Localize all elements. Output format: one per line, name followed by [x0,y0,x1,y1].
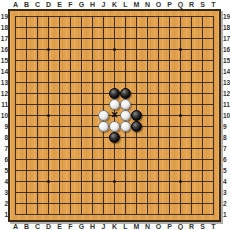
intersection-T17[interactable] [208,33,219,44]
intersection-S16[interactable] [197,44,208,55]
intersection-M7[interactable] [131,143,142,154]
intersection-C1[interactable] [32,209,43,220]
intersection-M5[interactable] [131,165,142,176]
intersection-E18[interactable] [54,22,65,33]
intersection-E10[interactable] [54,110,65,121]
intersection-A17[interactable] [10,33,21,44]
intersection-G5[interactable] [76,165,87,176]
intersection-N7[interactable] [142,143,153,154]
intersection-E19[interactable] [54,11,65,22]
intersection-B19[interactable] [21,11,32,22]
intersection-D9[interactable] [43,121,54,132]
intersection-O11[interactable] [153,99,164,110]
intersection-A2[interactable] [10,198,21,209]
intersection-K16[interactable] [109,44,120,55]
intersection-R4[interactable] [186,176,197,187]
intersection-L4[interactable] [120,176,131,187]
intersection-M14[interactable] [131,66,142,77]
intersection-E5[interactable] [54,165,65,176]
intersection-Q15[interactable] [175,55,186,66]
intersection-K9[interactable] [109,121,120,132]
intersection-H3[interactable] [87,187,98,198]
intersection-K8[interactable] [109,132,120,143]
intersection-C18[interactable] [32,22,43,33]
intersection-S12[interactable] [197,88,208,99]
intersection-J1[interactable] [98,209,109,220]
intersection-L2[interactable] [120,198,131,209]
intersection-G15[interactable] [76,55,87,66]
intersection-C4[interactable] [32,176,43,187]
intersection-N2[interactable] [142,198,153,209]
intersection-S4[interactable] [197,176,208,187]
intersection-B13[interactable] [21,77,32,88]
intersection-F2[interactable] [65,198,76,209]
intersection-R7[interactable] [186,143,197,154]
intersection-S15[interactable] [197,55,208,66]
intersection-K6[interactable] [109,154,120,165]
intersection-E15[interactable] [54,55,65,66]
intersection-S7[interactable] [197,143,208,154]
intersection-N10[interactable] [142,110,153,121]
intersection-K10[interactable]: ✕ [109,110,120,121]
intersection-J13[interactable] [98,77,109,88]
intersection-E6[interactable] [54,154,65,165]
intersection-J3[interactable] [98,187,109,198]
intersection-S11[interactable] [197,99,208,110]
intersection-T3[interactable] [208,187,219,198]
intersection-M2[interactable] [131,198,142,209]
intersection-P15[interactable] [164,55,175,66]
intersection-G19[interactable] [76,11,87,22]
intersection-T6[interactable] [208,154,219,165]
intersection-B9[interactable] [21,121,32,132]
intersection-P19[interactable] [164,11,175,22]
intersection-A3[interactable] [10,187,21,198]
intersection-F13[interactable] [65,77,76,88]
intersection-E14[interactable] [54,66,65,77]
intersection-L8[interactable] [120,132,131,143]
intersection-M10[interactable] [131,110,142,121]
intersection-S5[interactable] [197,165,208,176]
intersection-N4[interactable] [142,176,153,187]
intersection-B6[interactable] [21,154,32,165]
intersection-M9[interactable] [131,121,142,132]
intersection-H14[interactable] [87,66,98,77]
intersection-E7[interactable] [54,143,65,154]
intersection-S10[interactable] [197,110,208,121]
intersection-D4[interactable] [43,176,54,187]
intersection-P16[interactable] [164,44,175,55]
intersection-K19[interactable] [109,11,120,22]
intersection-N3[interactable] [142,187,153,198]
intersection-D14[interactable] [43,66,54,77]
intersection-Q12[interactable] [175,88,186,99]
intersection-O8[interactable] [153,132,164,143]
intersection-O2[interactable] [153,198,164,209]
intersection-H17[interactable] [87,33,98,44]
intersection-A12[interactable] [10,88,21,99]
intersection-G11[interactable] [76,99,87,110]
intersection-T10[interactable] [208,110,219,121]
intersection-R3[interactable] [186,187,197,198]
intersection-M13[interactable] [131,77,142,88]
intersection-P3[interactable] [164,187,175,198]
intersection-A8[interactable] [10,132,21,143]
intersection-A18[interactable] [10,22,21,33]
intersection-N14[interactable] [142,66,153,77]
intersection-R19[interactable] [186,11,197,22]
intersection-P11[interactable] [164,99,175,110]
intersection-M19[interactable] [131,11,142,22]
intersection-A9[interactable] [10,121,21,132]
intersection-J2[interactable] [98,198,109,209]
intersection-L15[interactable] [120,55,131,66]
intersection-T19[interactable] [208,11,219,22]
intersection-N5[interactable] [142,165,153,176]
intersection-M12[interactable] [131,88,142,99]
intersection-B3[interactable] [21,187,32,198]
intersection-G4[interactable] [76,176,87,187]
intersection-J14[interactable] [98,66,109,77]
intersection-C15[interactable] [32,55,43,66]
intersection-T8[interactable] [208,132,219,143]
intersection-N17[interactable] [142,33,153,44]
intersection-T2[interactable] [208,198,219,209]
intersection-S14[interactable] [197,66,208,77]
intersection-O9[interactable] [153,121,164,132]
intersection-K13[interactable] [109,77,120,88]
intersection-D7[interactable] [43,143,54,154]
intersection-M15[interactable] [131,55,142,66]
intersection-K18[interactable] [109,22,120,33]
intersection-T1[interactable] [208,209,219,220]
intersection-L11[interactable] [120,99,131,110]
intersection-C14[interactable] [32,66,43,77]
intersection-L16[interactable] [120,44,131,55]
intersection-F17[interactable] [65,33,76,44]
intersection-N6[interactable] [142,154,153,165]
intersection-G14[interactable] [76,66,87,77]
intersection-N19[interactable] [142,11,153,22]
intersection-J18[interactable] [98,22,109,33]
intersection-B16[interactable] [21,44,32,55]
intersection-A13[interactable] [10,77,21,88]
intersection-D13[interactable] [43,77,54,88]
intersection-H13[interactable] [87,77,98,88]
intersection-C13[interactable] [32,77,43,88]
intersection-N12[interactable] [142,88,153,99]
intersection-D5[interactable] [43,165,54,176]
intersection-D11[interactable] [43,99,54,110]
intersection-L5[interactable] [120,165,131,176]
intersection-N13[interactable] [142,77,153,88]
intersection-J9[interactable] [98,121,109,132]
intersection-S18[interactable] [197,22,208,33]
intersection-P12[interactable] [164,88,175,99]
intersection-G18[interactable] [76,22,87,33]
intersection-P1[interactable] [164,209,175,220]
intersection-Q17[interactable] [175,33,186,44]
intersection-A1[interactable] [10,209,21,220]
intersection-P9[interactable] [164,121,175,132]
intersection-R8[interactable] [186,132,197,143]
intersection-J6[interactable] [98,154,109,165]
intersection-E9[interactable] [54,121,65,132]
intersection-F12[interactable] [65,88,76,99]
intersection-H10[interactable] [87,110,98,121]
intersection-P17[interactable] [164,33,175,44]
intersection-G3[interactable] [76,187,87,198]
intersection-C9[interactable] [32,121,43,132]
intersection-P14[interactable] [164,66,175,77]
intersection-T16[interactable] [208,44,219,55]
intersection-R16[interactable] [186,44,197,55]
intersection-K7[interactable] [109,143,120,154]
intersection-E2[interactable] [54,198,65,209]
intersection-A10[interactable] [10,110,21,121]
intersection-B18[interactable] [21,22,32,33]
intersection-O3[interactable] [153,187,164,198]
intersection-L19[interactable] [120,11,131,22]
intersection-G9[interactable] [76,121,87,132]
intersection-C11[interactable] [32,99,43,110]
intersection-D19[interactable] [43,11,54,22]
intersection-R2[interactable] [186,198,197,209]
intersection-O1[interactable] [153,209,164,220]
intersection-Q5[interactable] [175,165,186,176]
intersection-H8[interactable] [87,132,98,143]
intersection-L12[interactable] [120,88,131,99]
intersection-N8[interactable] [142,132,153,143]
intersection-L9[interactable] [120,121,131,132]
intersection-E17[interactable] [54,33,65,44]
intersection-T4[interactable] [208,176,219,187]
intersection-E8[interactable] [54,132,65,143]
intersection-J5[interactable] [98,165,109,176]
intersection-G7[interactable] [76,143,87,154]
intersection-J17[interactable] [98,33,109,44]
intersection-H12[interactable] [87,88,98,99]
intersection-D8[interactable] [43,132,54,143]
intersection-L10[interactable] [120,110,131,121]
intersection-R9[interactable] [186,121,197,132]
intersection-K15[interactable] [109,55,120,66]
intersection-Q13[interactable] [175,77,186,88]
intersection-R10[interactable] [186,110,197,121]
intersection-Q16[interactable] [175,44,186,55]
intersection-B4[interactable] [21,176,32,187]
intersection-M8[interactable] [131,132,142,143]
intersection-E3[interactable] [54,187,65,198]
intersection-B7[interactable] [21,143,32,154]
intersection-Q1[interactable] [175,209,186,220]
intersection-S19[interactable] [197,11,208,22]
intersection-G6[interactable] [76,154,87,165]
intersection-H16[interactable] [87,44,98,55]
intersection-Q18[interactable] [175,22,186,33]
intersection-C5[interactable] [32,165,43,176]
intersection-M16[interactable] [131,44,142,55]
intersection-M11[interactable] [131,99,142,110]
intersection-N1[interactable] [142,209,153,220]
intersection-H2[interactable] [87,198,98,209]
intersection-A16[interactable] [10,44,21,55]
intersection-O10[interactable] [153,110,164,121]
intersection-L3[interactable] [120,187,131,198]
intersection-S17[interactable] [197,33,208,44]
intersection-C16[interactable] [32,44,43,55]
intersection-N18[interactable] [142,22,153,33]
intersection-E11[interactable] [54,99,65,110]
intersection-C6[interactable] [32,154,43,165]
intersection-B8[interactable] [21,132,32,143]
intersection-K5[interactable] [109,165,120,176]
intersection-O5[interactable] [153,165,164,176]
intersection-C3[interactable] [32,187,43,198]
intersection-T15[interactable] [208,55,219,66]
intersection-G2[interactable] [76,198,87,209]
intersection-H19[interactable] [87,11,98,22]
intersection-F1[interactable] [65,209,76,220]
intersection-A15[interactable] [10,55,21,66]
intersection-J12[interactable] [98,88,109,99]
intersection-J15[interactable] [98,55,109,66]
intersection-P7[interactable] [164,143,175,154]
intersection-T13[interactable] [208,77,219,88]
intersection-C8[interactable] [32,132,43,143]
intersection-M1[interactable] [131,209,142,220]
intersection-K4[interactable] [109,176,120,187]
intersection-F16[interactable] [65,44,76,55]
intersection-B10[interactable] [21,110,32,121]
intersection-D10[interactable] [43,110,54,121]
intersection-L14[interactable] [120,66,131,77]
intersection-B1[interactable] [21,209,32,220]
intersection-O15[interactable] [153,55,164,66]
intersection-T7[interactable] [208,143,219,154]
intersection-R15[interactable] [186,55,197,66]
intersection-J7[interactable] [98,143,109,154]
intersection-R17[interactable] [186,33,197,44]
intersection-E1[interactable] [54,209,65,220]
intersection-T5[interactable] [208,165,219,176]
intersection-S2[interactable] [197,198,208,209]
intersection-D6[interactable] [43,154,54,165]
intersection-B15[interactable] [21,55,32,66]
intersection-K3[interactable] [109,187,120,198]
intersection-M18[interactable] [131,22,142,33]
intersection-C7[interactable] [32,143,43,154]
intersection-H11[interactable] [87,99,98,110]
intersection-F10[interactable] [65,110,76,121]
intersection-F3[interactable] [65,187,76,198]
intersection-H18[interactable] [87,22,98,33]
intersection-D1[interactable] [43,209,54,220]
intersection-A5[interactable] [10,165,21,176]
intersection-O17[interactable] [153,33,164,44]
intersection-D17[interactable] [43,33,54,44]
intersection-P2[interactable] [164,198,175,209]
intersection-R18[interactable] [186,22,197,33]
intersection-O7[interactable] [153,143,164,154]
intersection-K17[interactable] [109,33,120,44]
intersection-S6[interactable] [197,154,208,165]
intersection-L6[interactable] [120,154,131,165]
intersection-G16[interactable] [76,44,87,55]
intersection-O18[interactable] [153,22,164,33]
intersection-R1[interactable] [186,209,197,220]
intersection-M6[interactable] [131,154,142,165]
intersection-J16[interactable] [98,44,109,55]
intersection-C10[interactable] [32,110,43,121]
intersection-F8[interactable] [65,132,76,143]
intersection-A6[interactable] [10,154,21,165]
intersection-T9[interactable] [208,121,219,132]
intersection-T14[interactable] [208,66,219,77]
intersection-L7[interactable] [120,143,131,154]
intersection-F4[interactable] [65,176,76,187]
intersection-Q14[interactable] [175,66,186,77]
intersection-N11[interactable] [142,99,153,110]
intersection-P18[interactable] [164,22,175,33]
intersection-Q6[interactable] [175,154,186,165]
intersection-R5[interactable] [186,165,197,176]
intersection-Q8[interactable] [175,132,186,143]
intersection-D16[interactable] [43,44,54,55]
intersection-R13[interactable] [186,77,197,88]
intersection-S13[interactable] [197,77,208,88]
intersection-N9[interactable] [142,121,153,132]
intersection-J8[interactable] [98,132,109,143]
intersection-B12[interactable] [21,88,32,99]
intersection-M3[interactable] [131,187,142,198]
intersection-Q7[interactable] [175,143,186,154]
intersection-K2[interactable] [109,198,120,209]
intersection-Q19[interactable] [175,11,186,22]
intersection-T12[interactable] [208,88,219,99]
intersection-A19[interactable] [10,11,21,22]
intersection-B5[interactable] [21,165,32,176]
intersection-L1[interactable] [120,209,131,220]
intersection-H5[interactable] [87,165,98,176]
intersection-P5[interactable] [164,165,175,176]
intersection-F19[interactable] [65,11,76,22]
intersection-A7[interactable] [10,143,21,154]
intersection-D12[interactable] [43,88,54,99]
intersection-S1[interactable] [197,209,208,220]
intersection-D15[interactable] [43,55,54,66]
intersection-L17[interactable] [120,33,131,44]
intersection-F18[interactable] [65,22,76,33]
intersection-B14[interactable] [21,66,32,77]
intersection-Q2[interactable] [175,198,186,209]
intersection-O19[interactable] [153,11,164,22]
intersection-E16[interactable] [54,44,65,55]
intersection-A14[interactable] [10,66,21,77]
intersection-F9[interactable] [65,121,76,132]
intersection-G12[interactable] [76,88,87,99]
intersection-C17[interactable] [32,33,43,44]
intersection-E13[interactable] [54,77,65,88]
intersection-N15[interactable] [142,55,153,66]
intersection-G8[interactable] [76,132,87,143]
intersection-R11[interactable] [186,99,197,110]
intersection-F14[interactable] [65,66,76,77]
intersection-E12[interactable] [54,88,65,99]
intersection-Q4[interactable] [175,176,186,187]
intersection-H15[interactable] [87,55,98,66]
intersection-J19[interactable] [98,11,109,22]
